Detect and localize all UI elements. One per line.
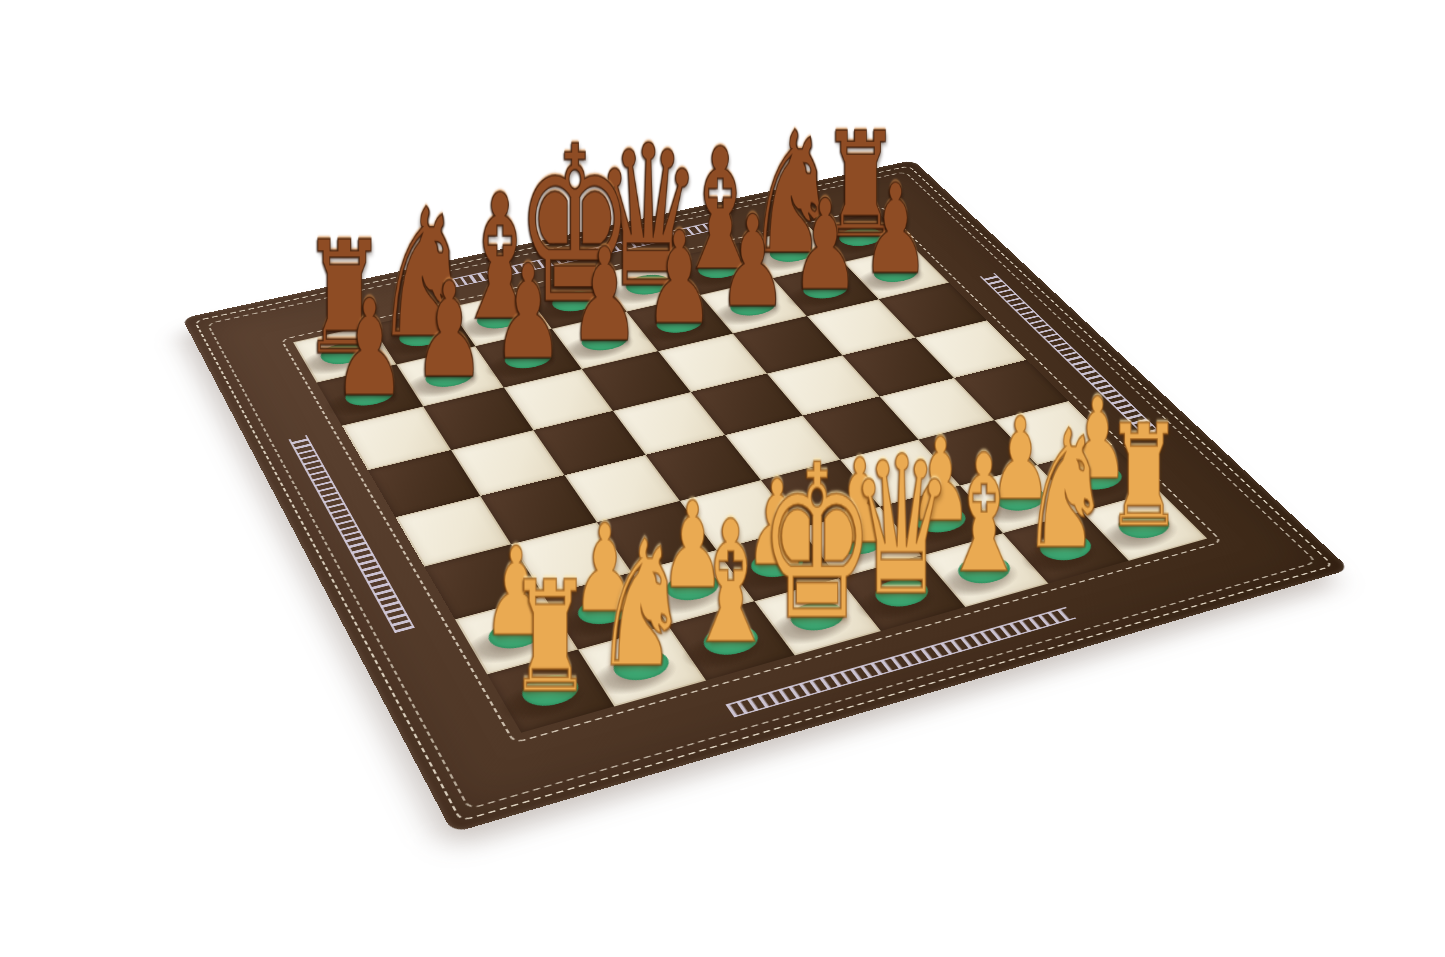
perspective-stage: ♜♞♝♚♛♝♞♜♟♟♟♟♟♟♟♟♟♟♟♟♟♟♟♟♜♞♝♚♛♝♞♜	[0, 0, 1445, 957]
embroidery-chain-left	[288, 435, 415, 633]
leather-chess-mat: ♜♞♝♚♛♝♞♜♟♟♟♟♟♟♟♟♟♟♟♟♟♟♟♟♜♞♝♚♛♝♞♜	[182, 160, 1350, 833]
square-a7[interactable]: ♟	[317, 364, 424, 425]
photo-canvas: ♜♞♝♚♛♝♞♜♟♟♟♟♟♟♟♟♟♟♟♟♟♟♟♟♜♞♝♚♛♝♞♜	[0, 0, 1445, 957]
